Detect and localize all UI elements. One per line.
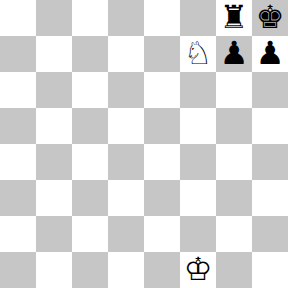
- square-g5[interactable]: [216, 108, 252, 144]
- square-g8[interactable]: ♜: [216, 0, 252, 36]
- square-h1[interactable]: [252, 252, 288, 288]
- square-d6[interactable]: [108, 72, 144, 108]
- square-h4[interactable]: [252, 144, 288, 180]
- white-king[interactable]: ♔: [184, 252, 213, 287]
- square-g7[interactable]: ♟: [216, 36, 252, 72]
- square-h6[interactable]: [252, 72, 288, 108]
- square-f4[interactable]: [180, 144, 216, 180]
- square-c7[interactable]: [72, 36, 108, 72]
- square-h2[interactable]: [252, 216, 288, 252]
- square-a7[interactable]: [0, 36, 36, 72]
- square-f6[interactable]: [180, 72, 216, 108]
- square-d7[interactable]: [108, 36, 144, 72]
- square-b3[interactable]: [36, 180, 72, 216]
- square-a2[interactable]: [0, 216, 36, 252]
- square-c5[interactable]: [72, 108, 108, 144]
- square-h8[interactable]: ♚: [252, 0, 288, 36]
- square-d2[interactable]: [108, 216, 144, 252]
- square-a5[interactable]: [0, 108, 36, 144]
- square-b4[interactable]: [36, 144, 72, 180]
- square-d8[interactable]: [108, 0, 144, 36]
- square-g1[interactable]: [216, 252, 252, 288]
- square-c1[interactable]: [72, 252, 108, 288]
- square-e3[interactable]: [144, 180, 180, 216]
- square-b5[interactable]: [36, 108, 72, 144]
- square-b8[interactable]: [36, 0, 72, 36]
- square-f2[interactable]: [180, 216, 216, 252]
- square-e4[interactable]: [144, 144, 180, 180]
- square-a1[interactable]: [0, 252, 36, 288]
- square-a4[interactable]: [0, 144, 36, 180]
- square-d5[interactable]: [108, 108, 144, 144]
- black-pawn[interactable]: ♟: [220, 36, 249, 71]
- square-f7[interactable]: ♘: [180, 36, 216, 72]
- square-e1[interactable]: [144, 252, 180, 288]
- square-c6[interactable]: [72, 72, 108, 108]
- black-king[interactable]: ♚: [256, 0, 285, 35]
- square-f5[interactable]: [180, 108, 216, 144]
- square-h3[interactable]: [252, 180, 288, 216]
- square-c8[interactable]: [72, 0, 108, 36]
- square-a3[interactable]: [0, 180, 36, 216]
- square-c3[interactable]: [72, 180, 108, 216]
- square-b7[interactable]: [36, 36, 72, 72]
- square-f1[interactable]: ♔: [180, 252, 216, 288]
- square-h7[interactable]: ♟: [252, 36, 288, 72]
- square-a6[interactable]: [0, 72, 36, 108]
- square-g4[interactable]: [216, 144, 252, 180]
- square-g2[interactable]: [216, 216, 252, 252]
- square-d3[interactable]: [108, 180, 144, 216]
- square-d4[interactable]: [108, 144, 144, 180]
- square-e6[interactable]: [144, 72, 180, 108]
- white-knight[interactable]: ♘: [184, 36, 213, 71]
- square-h5[interactable]: [252, 108, 288, 144]
- square-b1[interactable]: [36, 252, 72, 288]
- square-e7[interactable]: [144, 36, 180, 72]
- square-c4[interactable]: [72, 144, 108, 180]
- square-e8[interactable]: [144, 0, 180, 36]
- square-c2[interactable]: [72, 216, 108, 252]
- square-e2[interactable]: [144, 216, 180, 252]
- black-pawn[interactable]: ♟: [256, 36, 285, 71]
- square-e5[interactable]: [144, 108, 180, 144]
- square-g3[interactable]: [216, 180, 252, 216]
- chess-board: ♜♚♘♟♟♔: [0, 0, 288, 288]
- square-b6[interactable]: [36, 72, 72, 108]
- square-f8[interactable]: [180, 0, 216, 36]
- square-f3[interactable]: [180, 180, 216, 216]
- square-a8[interactable]: [0, 0, 36, 36]
- black-rook[interactable]: ♜: [220, 0, 249, 35]
- square-d1[interactable]: [108, 252, 144, 288]
- square-b2[interactable]: [36, 216, 72, 252]
- square-g6[interactable]: [216, 72, 252, 108]
